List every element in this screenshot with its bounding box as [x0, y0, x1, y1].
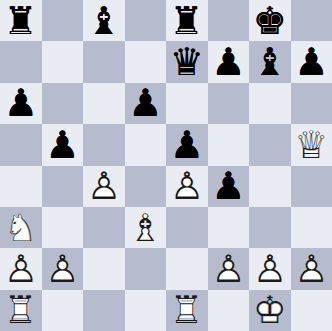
square-g2[interactable]: ♟♙	[249, 248, 291, 289]
square-d8[interactable]	[125, 0, 167, 41]
square-d7[interactable]	[125, 41, 167, 82]
square-a6[interactable]: ♟♟	[0, 83, 42, 124]
black-pawn-piece: ♟♟	[4, 84, 38, 122]
white-pawn-piece: ♟♙	[170, 167, 204, 205]
square-f5[interactable]	[208, 124, 250, 165]
square-e5[interactable]: ♟♟	[166, 124, 208, 165]
square-b1[interactable]	[42, 290, 84, 331]
square-b3[interactable]	[42, 207, 84, 248]
square-a8[interactable]: ♜♜	[0, 0, 42, 41]
black-pawn-piece: ♟♟	[170, 126, 204, 164]
square-b4[interactable]	[42, 166, 84, 207]
white-rook-piece: ♜♖	[170, 291, 204, 329]
white-king-piece: ♚♔	[253, 291, 287, 329]
square-c5[interactable]	[83, 124, 125, 165]
square-f4[interactable]: ♟♟	[208, 166, 250, 207]
white-pawn-piece: ♟♙	[45, 250, 79, 288]
black-rook-piece: ♜♜	[4, 2, 38, 40]
white-pawn-piece: ♟♙	[87, 167, 121, 205]
square-e3[interactable]	[166, 207, 208, 248]
square-a5[interactable]	[0, 124, 42, 165]
square-a2[interactable]: ♟♙	[0, 248, 42, 289]
square-g8[interactable]: ♚♚	[249, 0, 291, 41]
square-h1[interactable]	[291, 290, 332, 331]
chess-board: ♜♜♝♝♜♜♚♚♛♛♟♟♝♝♟♟♟♟♟♟♟♟♟♟♛♕♟♙♟♙♟♟♞♘♝♗♟♙♟♙…	[0, 0, 332, 331]
square-b2[interactable]: ♟♙	[42, 248, 84, 289]
square-b6[interactable]	[42, 83, 84, 124]
square-c7[interactable]	[83, 41, 125, 82]
square-d1[interactable]	[125, 290, 167, 331]
square-g5[interactable]	[249, 124, 291, 165]
square-c6[interactable]	[83, 83, 125, 124]
white-pawn-piece: ♟♙	[294, 250, 328, 288]
black-bishop-piece: ♝♝	[253, 43, 287, 81]
square-h7[interactable]: ♟♟	[291, 41, 332, 82]
black-pawn-piece: ♟♟	[128, 84, 162, 122]
square-c4[interactable]: ♟♙	[83, 166, 125, 207]
square-h2[interactable]: ♟♙	[291, 248, 332, 289]
square-c2[interactable]	[83, 248, 125, 289]
square-g6[interactable]	[249, 83, 291, 124]
black-queen-piece: ♛♛	[170, 43, 204, 81]
square-e4[interactable]: ♟♙	[166, 166, 208, 207]
square-f2[interactable]: ♟♙	[208, 248, 250, 289]
square-e6[interactable]	[166, 83, 208, 124]
square-b7[interactable]	[42, 41, 84, 82]
black-rook-piece: ♜♜	[170, 2, 204, 40]
square-a1[interactable]: ♜♖	[0, 290, 42, 331]
square-e1[interactable]: ♜♖	[166, 290, 208, 331]
white-knight-piece: ♞♘	[4, 209, 38, 247]
square-g7[interactable]: ♝♝	[249, 41, 291, 82]
square-c3[interactable]	[83, 207, 125, 248]
black-king-piece: ♚♚	[253, 2, 287, 40]
square-h8[interactable]	[291, 0, 332, 41]
square-d3[interactable]: ♝♗	[125, 207, 167, 248]
square-a4[interactable]	[0, 166, 42, 207]
square-c1[interactable]	[83, 290, 125, 331]
white-bishop-piece: ♝♗	[128, 209, 162, 247]
square-b8[interactable]	[42, 0, 84, 41]
white-pawn-piece: ♟♙	[253, 250, 287, 288]
square-e2[interactable]	[166, 248, 208, 289]
square-f3[interactable]	[208, 207, 250, 248]
black-pawn-piece: ♟♟	[294, 43, 328, 81]
square-f8[interactable]	[208, 0, 250, 41]
square-c8[interactable]: ♝♝	[83, 0, 125, 41]
white-pawn-piece: ♟♙	[211, 250, 245, 288]
black-pawn-piece: ♟♟	[211, 43, 245, 81]
square-d2[interactable]	[125, 248, 167, 289]
square-b5[interactable]: ♟♟	[42, 124, 84, 165]
square-g4[interactable]	[249, 166, 291, 207]
square-h6[interactable]	[291, 83, 332, 124]
square-f1[interactable]	[208, 290, 250, 331]
white-queen-piece: ♛♕	[294, 126, 328, 164]
square-g1[interactable]: ♚♔	[249, 290, 291, 331]
square-d5[interactable]	[125, 124, 167, 165]
square-e8[interactable]: ♜♜	[166, 0, 208, 41]
white-rook-piece: ♜♖	[4, 291, 38, 329]
black-pawn-piece: ♟♟	[45, 126, 79, 164]
square-h5[interactable]: ♛♕	[291, 124, 332, 165]
white-pawn-piece: ♟♙	[4, 250, 38, 288]
square-f6[interactable]	[208, 83, 250, 124]
square-a3[interactable]: ♞♘	[0, 207, 42, 248]
square-d4[interactable]	[125, 166, 167, 207]
square-h4[interactable]	[291, 166, 332, 207]
square-d6[interactable]: ♟♟	[125, 83, 167, 124]
square-h3[interactable]	[291, 207, 332, 248]
black-bishop-piece: ♝♝	[87, 2, 121, 40]
square-f7[interactable]: ♟♟	[208, 41, 250, 82]
black-pawn-piece: ♟♟	[211, 167, 245, 205]
square-g3[interactable]	[249, 207, 291, 248]
square-e7[interactable]: ♛♛	[166, 41, 208, 82]
square-a7[interactable]	[0, 41, 42, 82]
